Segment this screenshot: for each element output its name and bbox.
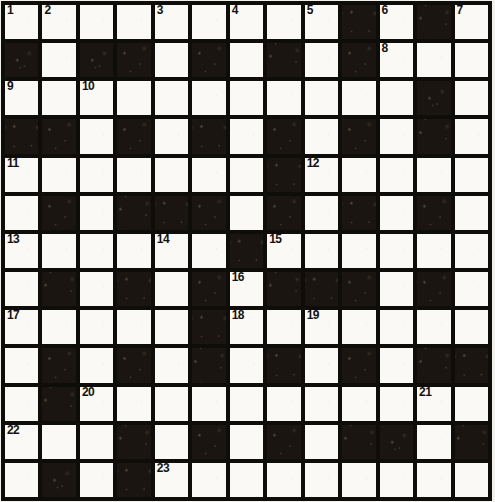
cell-r11c13[interactable] <box>455 387 488 421</box>
block-cell-r4c10 <box>342 119 375 153</box>
cell-r7c8[interactable]: 15 <box>267 234 300 268</box>
block-cell-r5c8 <box>267 158 300 192</box>
cell-r9c7[interactable]: 18 <box>230 310 263 344</box>
block-cell-r8c10 <box>342 272 375 306</box>
cell-r10c1[interactable] <box>5 348 38 382</box>
block-cell-r12c8 <box>267 425 300 459</box>
block-cell-r6c2 <box>42 196 75 230</box>
block-cell-r1c10 <box>342 5 375 39</box>
cell-r9c12[interactable] <box>417 310 450 344</box>
cell-r12c3[interactable] <box>80 425 113 459</box>
cell-r5c7[interactable] <box>230 158 263 192</box>
cell-r11c10[interactable] <box>342 387 375 421</box>
cell-r13c7[interactable] <box>230 463 263 497</box>
block-cell-r10c12 <box>417 348 450 382</box>
cell-r3c6[interactable] <box>192 81 225 115</box>
cell-r9c9[interactable]: 19 <box>305 310 338 344</box>
cell-r9c8[interactable] <box>267 310 300 344</box>
block-cell-r10c6 <box>192 348 225 382</box>
cell-r3c3[interactable]: 10 <box>80 81 113 115</box>
cell-r4c5[interactable] <box>155 119 188 153</box>
cell-r8c13[interactable] <box>455 272 488 306</box>
cell-r11c7[interactable] <box>230 387 263 421</box>
cell-r11c4[interactable] <box>117 387 150 421</box>
cell-r2c5[interactable] <box>155 43 188 77</box>
block-cell-r3c12 <box>417 81 450 115</box>
clue-number: 3 <box>157 4 163 18</box>
cell-r5c13[interactable] <box>455 158 488 192</box>
cell-r6c7[interactable] <box>230 196 263 230</box>
cell-r5c11[interactable] <box>380 158 413 192</box>
block-cell-r7c7 <box>230 234 263 268</box>
cell-r3c4[interactable] <box>117 81 150 115</box>
clue-number: 1 <box>7 4 13 18</box>
cell-r13c11[interactable] <box>380 463 413 497</box>
clue-number: 19 <box>307 309 319 323</box>
cell-r13c10[interactable] <box>342 463 375 497</box>
clue-number: 11 <box>7 157 19 171</box>
cell-r5c12[interactable] <box>417 158 450 192</box>
block-cell-r8c9 <box>305 272 338 306</box>
cell-r11c5[interactable] <box>155 387 188 421</box>
clue-number: 7 <box>457 4 463 18</box>
cell-r6c1[interactable] <box>5 196 38 230</box>
block-cell-r12c13 <box>455 425 488 459</box>
cell-r2c2[interactable] <box>42 43 75 77</box>
block-cell-r6c6 <box>192 196 225 230</box>
cell-r5c2[interactable] <box>42 158 75 192</box>
block-cell-r12c10 <box>342 425 375 459</box>
clue-number: 18 <box>232 309 244 323</box>
cell-r13c8[interactable] <box>267 463 300 497</box>
cell-r5c1[interactable]: 11 <box>5 158 38 192</box>
cell-r7c4[interactable] <box>117 234 150 268</box>
clue-number: 10 <box>82 80 94 94</box>
cell-r2c9[interactable] <box>305 43 338 77</box>
clue-number: 15 <box>269 233 281 247</box>
cell-r12c9[interactable] <box>305 425 338 459</box>
block-cell-r8c6 <box>192 272 225 306</box>
cell-r12c12[interactable] <box>417 425 450 459</box>
cell-r12c7[interactable] <box>230 425 263 459</box>
cell-r13c1[interactable] <box>5 463 38 497</box>
cell-r10c7[interactable] <box>230 348 263 382</box>
cell-r13c6[interactable] <box>192 463 225 497</box>
clue-number: 22 <box>7 424 19 438</box>
cell-r6c13[interactable] <box>455 196 488 230</box>
cell-r1c6[interactable] <box>192 5 225 39</box>
block-cell-r2c3 <box>80 43 113 77</box>
block-cell-r8c12 <box>417 272 450 306</box>
block-cell-r8c8 <box>267 272 300 306</box>
block-cell-r4c6 <box>192 119 225 153</box>
cell-r11c3[interactable]: 20 <box>80 387 113 421</box>
cell-r2c11[interactable]: 8 <box>380 43 413 77</box>
cell-r1c5[interactable]: 3 <box>155 5 188 39</box>
cell-r7c2[interactable] <box>42 234 75 268</box>
clue-number: 20 <box>82 386 94 400</box>
cell-r5c3[interactable] <box>80 158 113 192</box>
block-cell-r12c6 <box>192 425 225 459</box>
block-cell-r11c2 <box>42 387 75 421</box>
cell-r3c2[interactable] <box>42 81 75 115</box>
cell-r2c12[interactable] <box>417 43 450 77</box>
cell-r13c5[interactable]: 23 <box>155 463 188 497</box>
clue-number: 12 <box>307 157 319 171</box>
cell-r9c11[interactable] <box>380 310 413 344</box>
cell-r1c1[interactable]: 1 <box>5 5 38 39</box>
cell-r11c8[interactable] <box>267 387 300 421</box>
clue-number: 5 <box>307 4 313 18</box>
cell-r9c3[interactable] <box>80 310 113 344</box>
cell-r1c8[interactable] <box>267 5 300 39</box>
cell-r13c13[interactable] <box>455 463 488 497</box>
cell-r5c4[interactable] <box>117 158 150 192</box>
cell-r7c3[interactable] <box>80 234 113 268</box>
block-cell-r6c5 <box>155 196 188 230</box>
cell-r3c11[interactable] <box>380 81 413 115</box>
cell-r1c3[interactable] <box>80 5 113 39</box>
cell-r6c9[interactable] <box>305 196 338 230</box>
block-cell-r12c4 <box>117 425 150 459</box>
clue-number: 17 <box>7 309 19 323</box>
cell-r5c9[interactable]: 12 <box>305 158 338 192</box>
block-cell-r6c4 <box>117 196 150 230</box>
clue-number: 6 <box>382 4 388 18</box>
block-cell-r8c2 <box>42 272 75 306</box>
cell-r4c11[interactable] <box>380 119 413 153</box>
cell-r3c7[interactable] <box>230 81 263 115</box>
cell-r2c13[interactable] <box>455 43 488 77</box>
cell-r9c1[interactable]: 17 <box>5 310 38 344</box>
cell-r6c3[interactable] <box>80 196 113 230</box>
cell-r7c1[interactable]: 13 <box>5 234 38 268</box>
clue-number: 21 <box>419 386 431 400</box>
block-cell-r4c12 <box>417 119 450 153</box>
cell-r13c3[interactable] <box>80 463 113 497</box>
cell-r3c1[interactable]: 9 <box>5 81 38 115</box>
cell-r13c12[interactable] <box>417 463 450 497</box>
cell-r1c9[interactable]: 5 <box>305 5 338 39</box>
cell-r11c12[interactable]: 21 <box>417 387 450 421</box>
block-cell-r10c10 <box>342 348 375 382</box>
cell-r4c3[interactable] <box>80 119 113 153</box>
cell-r7c6[interactable] <box>192 234 225 268</box>
cell-r9c4[interactable] <box>117 310 150 344</box>
block-cell-r10c13 <box>455 348 488 382</box>
block-cell-r2c1 <box>5 43 38 77</box>
cell-r8c5[interactable] <box>155 272 188 306</box>
cell-r12c5[interactable] <box>155 425 188 459</box>
cell-r11c1[interactable] <box>5 387 38 421</box>
cell-r12c2[interactable] <box>42 425 75 459</box>
block-cell-r9c6 <box>192 310 225 344</box>
cell-r4c13[interactable] <box>455 119 488 153</box>
cell-r11c6[interactable] <box>192 387 225 421</box>
block-cell-r2c4 <box>117 43 150 77</box>
cell-r10c11[interactable] <box>380 348 413 382</box>
cell-r8c11[interactable] <box>380 272 413 306</box>
block-cell-r6c12 <box>417 196 450 230</box>
crossword-grid: 1234567891011121314151617181920212223 <box>1 1 492 501</box>
block-cell-r4c8 <box>267 119 300 153</box>
cell-r6c11[interactable] <box>380 196 413 230</box>
cell-r7c11[interactable] <box>380 234 413 268</box>
cell-r12c1[interactable]: 22 <box>5 425 38 459</box>
block-cell-r2c8 <box>267 43 300 77</box>
cell-r11c11[interactable] <box>380 387 413 421</box>
cell-r3c13[interactable] <box>455 81 488 115</box>
clue-number: 14 <box>157 233 169 247</box>
cell-r7c10[interactable] <box>342 234 375 268</box>
cell-r5c6[interactable] <box>192 158 225 192</box>
cell-r1c11[interactable]: 6 <box>380 5 413 39</box>
clue-number: 4 <box>232 4 238 18</box>
block-cell-r10c2 <box>42 348 75 382</box>
cell-r3c10[interactable] <box>342 81 375 115</box>
cell-r10c9[interactable] <box>305 348 338 382</box>
block-cell-r6c8 <box>267 196 300 230</box>
block-cell-r4c4 <box>117 119 150 153</box>
clue-number: 23 <box>157 462 169 476</box>
cell-r10c3[interactable] <box>80 348 113 382</box>
block-cell-r2c10 <box>342 43 375 77</box>
cell-r7c9[interactable] <box>305 234 338 268</box>
block-cell-r10c4 <box>117 348 150 382</box>
cell-r9c13[interactable] <box>455 310 488 344</box>
block-cell-r4c2 <box>42 119 75 153</box>
cell-r4c9[interactable] <box>305 119 338 153</box>
cell-r9c2[interactable] <box>42 310 75 344</box>
cell-r2c7[interactable] <box>230 43 263 77</box>
cell-r7c13[interactable] <box>455 234 488 268</box>
clue-number: 8 <box>382 42 388 56</box>
block-cell-r8c4 <box>117 272 150 306</box>
block-cell-r13c4 <box>117 463 150 497</box>
block-cell-r13c2 <box>42 463 75 497</box>
cell-r8c7[interactable]: 16 <box>230 272 263 306</box>
block-cell-r2c6 <box>192 43 225 77</box>
cell-r8c1[interactable] <box>5 272 38 306</box>
cell-r3c8[interactable] <box>267 81 300 115</box>
block-cell-r10c8 <box>267 348 300 382</box>
cell-r5c10[interactable] <box>342 158 375 192</box>
block-cell-r6c10 <box>342 196 375 230</box>
cell-r9c10[interactable] <box>342 310 375 344</box>
clue-number: 16 <box>232 271 244 285</box>
cell-r7c5[interactable]: 14 <box>155 234 188 268</box>
clue-number: 13 <box>7 233 19 247</box>
clue-number: 9 <box>7 80 13 94</box>
cell-r8c3[interactable] <box>80 272 113 306</box>
cell-r1c4[interactable] <box>117 5 150 39</box>
cell-r1c7[interactable]: 4 <box>230 5 263 39</box>
cell-r5c5[interactable] <box>155 158 188 192</box>
block-cell-r12c11 <box>380 425 413 459</box>
cell-r9c5[interactable] <box>155 310 188 344</box>
cell-r1c2[interactable]: 2 <box>42 5 75 39</box>
cell-r3c5[interactable] <box>155 81 188 115</box>
cell-r3c9[interactable] <box>305 81 338 115</box>
cell-r10c5[interactable] <box>155 348 188 382</box>
block-cell-r1c12 <box>417 5 450 39</box>
cell-r11c9[interactable] <box>305 387 338 421</box>
block-cell-r4c1 <box>5 119 38 153</box>
cell-r13c9[interactable] <box>305 463 338 497</box>
cell-r7c12[interactable] <box>417 234 450 268</box>
clue-number: 2 <box>44 4 50 18</box>
cell-r4c7[interactable] <box>230 119 263 153</box>
cell-r1c13[interactable]: 7 <box>455 5 488 39</box>
